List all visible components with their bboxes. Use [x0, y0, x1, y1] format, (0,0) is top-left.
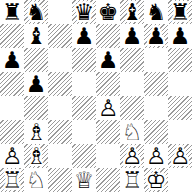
square-h7[interactable]: ♟♟ [168, 24, 192, 48]
piece-white-queen: ♛♕ [72, 168, 96, 192]
square-g6[interactable] [144, 48, 168, 72]
square-c4[interactable] [48, 96, 72, 120]
square-g1[interactable]: ♚♔ [144, 168, 168, 192]
black-pawn-icon: ♟ [144, 24, 168, 48]
square-f4[interactable] [120, 96, 144, 120]
piece-white-bishop: ♝♗ [24, 144, 48, 168]
piece-black-pawn: ♟♟ [0, 48, 24, 72]
square-e7[interactable] [96, 24, 120, 48]
piece-black-knight: ♞♞ [24, 0, 48, 24]
square-d3[interactable] [72, 120, 96, 144]
square-b7[interactable]: ♝♝ [24, 24, 48, 48]
piece-black-knight: ♞♞ [144, 0, 168, 24]
black-bishop-icon: ♝ [120, 0, 144, 24]
square-d4[interactable] [72, 96, 96, 120]
square-e5[interactable] [96, 72, 120, 96]
black-pawn-icon: ♟ [96, 48, 120, 72]
square-d8[interactable]: ♛♛ [72, 0, 96, 24]
black-king-icon: ♚ [96, 0, 120, 24]
square-b2[interactable]: ♝♗ [24, 144, 48, 168]
square-c1[interactable] [48, 168, 72, 192]
square-e8[interactable]: ♚♚ [96, 0, 120, 24]
square-a1[interactable]: ♜♖ [0, 168, 24, 192]
piece-white-pawn: ♟♙ [144, 144, 168, 168]
square-a6[interactable]: ♟♟ [0, 48, 24, 72]
square-d1[interactable]: ♛♕ [72, 168, 96, 192]
black-rook-icon: ♜ [0, 0, 24, 24]
square-e2[interactable] [96, 144, 120, 168]
white-knight-icon: ♘ [120, 120, 144, 144]
black-pawn-icon: ♟ [168, 24, 192, 48]
white-pawn-icon: ♙ [96, 96, 120, 120]
black-bishop-icon: ♝ [24, 24, 48, 48]
square-g4[interactable] [144, 96, 168, 120]
square-c3[interactable] [48, 120, 72, 144]
piece-black-bishop: ♝♝ [120, 0, 144, 24]
piece-white-bishop: ♝♗ [24, 120, 48, 144]
square-f1[interactable]: ♜♖ [120, 168, 144, 192]
square-e6[interactable]: ♟♟ [96, 48, 120, 72]
square-f6[interactable] [120, 48, 144, 72]
piece-white-king: ♚♔ [144, 168, 168, 192]
piece-black-queen: ♛♛ [72, 0, 96, 24]
square-f2[interactable]: ♟♙ [120, 144, 144, 168]
square-a4[interactable] [0, 96, 24, 120]
chess-board: ♜♜♞♞♛♛♚♚♝♝♞♞♜♜♝♝♟♟♟♟♟♟♟♟♟♟♟♟♟♟♟♙♝♗♞♘♟♙♝♗… [0, 0, 192, 192]
square-g5[interactable] [144, 72, 168, 96]
square-h6[interactable] [168, 48, 192, 72]
piece-white-pawn: ♟♙ [96, 96, 120, 120]
piece-black-rook: ♜♜ [168, 0, 192, 24]
square-h1[interactable] [168, 168, 192, 192]
piece-white-knight: ♞♘ [120, 120, 144, 144]
square-h3[interactable] [168, 120, 192, 144]
white-pawn-icon: ♙ [120, 144, 144, 168]
square-g2[interactable]: ♟♙ [144, 144, 168, 168]
piece-white-pawn: ♟♙ [168, 144, 192, 168]
square-d5[interactable] [72, 72, 96, 96]
white-queen-icon: ♕ [72, 168, 96, 192]
square-h2[interactable]: ♟♙ [168, 144, 192, 168]
square-f7[interactable]: ♟♟ [120, 24, 144, 48]
square-a8[interactable]: ♜♜ [0, 0, 24, 24]
square-a7[interactable] [0, 24, 24, 48]
white-pawn-icon: ♙ [168, 144, 192, 168]
piece-white-rook: ♜♖ [120, 168, 144, 192]
white-king-icon: ♔ [144, 168, 168, 192]
square-d7[interactable]: ♟♟ [72, 24, 96, 48]
piece-black-pawn: ♟♟ [120, 24, 144, 48]
piece-white-knight: ♞♘ [24, 168, 48, 192]
square-b3[interactable]: ♝♗ [24, 120, 48, 144]
square-h4[interactable] [168, 96, 192, 120]
piece-black-pawn: ♟♟ [72, 24, 96, 48]
square-c6[interactable] [48, 48, 72, 72]
square-b5[interactable]: ♟♟ [24, 72, 48, 96]
piece-white-rook: ♜♖ [0, 168, 24, 192]
square-a2[interactable]: ♟♙ [0, 144, 24, 168]
square-b6[interactable] [24, 48, 48, 72]
piece-black-pawn: ♟♟ [168, 24, 192, 48]
black-knight-icon: ♞ [24, 0, 48, 24]
piece-black-king: ♚♚ [96, 0, 120, 24]
square-b1[interactable]: ♞♘ [24, 168, 48, 192]
square-f3[interactable]: ♞♘ [120, 120, 144, 144]
white-knight-icon: ♘ [24, 168, 48, 192]
black-pawn-icon: ♟ [72, 24, 96, 48]
square-g3[interactable] [144, 120, 168, 144]
black-rook-icon: ♜ [168, 0, 192, 24]
black-pawn-icon: ♟ [0, 48, 24, 72]
white-pawn-icon: ♙ [144, 144, 168, 168]
square-c8[interactable] [48, 0, 72, 24]
white-rook-icon: ♖ [120, 168, 144, 192]
black-knight-icon: ♞ [144, 0, 168, 24]
black-pawn-icon: ♟ [120, 24, 144, 48]
black-queen-icon: ♛ [72, 0, 96, 24]
square-a5[interactable] [0, 72, 24, 96]
white-bishop-icon: ♗ [24, 120, 48, 144]
square-d2[interactable] [72, 144, 96, 168]
piece-black-rook: ♜♜ [0, 0, 24, 24]
square-f5[interactable] [120, 72, 144, 96]
square-e4[interactable]: ♟♙ [96, 96, 120, 120]
square-b4[interactable] [24, 96, 48, 120]
piece-black-pawn: ♟♟ [144, 24, 168, 48]
square-h8[interactable]: ♜♜ [168, 0, 192, 24]
square-h5[interactable] [168, 72, 192, 96]
square-f8[interactable]: ♝♝ [120, 0, 144, 24]
square-g7[interactable]: ♟♟ [144, 24, 168, 48]
piece-black-bishop: ♝♝ [24, 24, 48, 48]
white-bishop-icon: ♗ [24, 144, 48, 168]
black-pawn-icon: ♟ [24, 72, 48, 96]
piece-black-pawn: ♟♟ [96, 48, 120, 72]
square-b8[interactable]: ♞♞ [24, 0, 48, 24]
square-c2[interactable] [48, 144, 72, 168]
square-d6[interactable] [72, 48, 96, 72]
square-e1[interactable] [96, 168, 120, 192]
square-g8[interactable]: ♞♞ [144, 0, 168, 24]
square-c5[interactable] [48, 72, 72, 96]
square-e3[interactable] [96, 120, 120, 144]
piece-black-pawn: ♟♟ [24, 72, 48, 96]
white-rook-icon: ♖ [0, 168, 24, 192]
square-a3[interactable] [0, 120, 24, 144]
square-c7[interactable] [48, 24, 72, 48]
piece-white-pawn: ♟♙ [120, 144, 144, 168]
white-pawn-icon: ♙ [0, 144, 24, 168]
piece-white-pawn: ♟♙ [0, 144, 24, 168]
